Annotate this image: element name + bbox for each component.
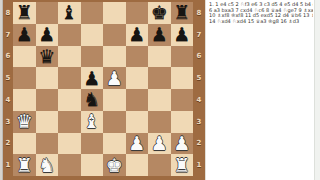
square-f7[interactable]: ♟ xyxy=(126,24,149,46)
square-a3[interactable]: ♛ xyxy=(13,111,36,133)
square-e8[interactable] xyxy=(103,2,126,24)
rank-label-1: 1 xyxy=(3,154,13,176)
rank-label-7: 7 xyxy=(3,24,13,46)
square-f2[interactable]: ♟ xyxy=(126,133,149,155)
square-e2[interactable] xyxy=(103,133,126,155)
square-d6[interactable] xyxy=(81,46,104,68)
black-queen-icon[interactable]: ♛ xyxy=(38,47,55,66)
rank-label-8: 8 xyxy=(3,2,13,24)
black-pawn-icon[interactable]: ♟ xyxy=(173,25,190,44)
square-e3[interactable] xyxy=(103,111,126,133)
square-b6[interactable]: ♛ xyxy=(36,46,59,68)
square-f8[interactable] xyxy=(126,2,149,24)
rank-label-5: 5 xyxy=(193,67,205,89)
white-knight-icon[interactable]: ♞ xyxy=(38,156,55,175)
square-g1[interactable] xyxy=(148,154,171,176)
black-pawn-icon[interactable]: ♟ xyxy=(38,25,55,44)
square-a4[interactable] xyxy=(13,89,36,111)
black-pawn-icon[interactable]: ♟ xyxy=(151,25,168,44)
black-pawn-icon[interactable]: ♟ xyxy=(16,25,33,44)
rank-label-2: 2 xyxy=(3,133,13,155)
square-d3[interactable]: ♝ xyxy=(81,111,104,133)
rank-label-8: 8 xyxy=(193,2,205,24)
square-g4[interactable] xyxy=(148,89,171,111)
square-g7[interactable]: ♟ xyxy=(148,24,171,46)
rank-label-3: 3 xyxy=(193,111,205,133)
square-c4[interactable] xyxy=(58,89,81,111)
rank-label-6: 6 xyxy=(193,46,205,68)
board-squares[interactable]: ♜♝♚♜♟♟♟♟♟♛♟♟♞♛♝♟♟♟♜♞♚♜ xyxy=(13,2,193,176)
square-h2[interactable]: ♟ xyxy=(171,133,194,155)
square-a1[interactable]: ♜ xyxy=(13,154,36,176)
square-g2[interactable]: ♟ xyxy=(148,133,171,155)
square-a5[interactable] xyxy=(13,67,36,89)
square-f6[interactable] xyxy=(126,46,149,68)
rank-label-1: 1 xyxy=(193,154,205,176)
white-rook-icon[interactable]: ♜ xyxy=(16,156,33,175)
white-pawn-icon[interactable]: ♟ xyxy=(151,134,168,153)
rank-labels-right: 87654321 xyxy=(193,2,205,176)
white-king-icon[interactable]: ♚ xyxy=(106,156,123,175)
square-g6[interactable] xyxy=(148,46,171,68)
square-d8[interactable] xyxy=(81,2,104,24)
square-d5[interactable]: ♟ xyxy=(81,67,104,89)
square-b3[interactable] xyxy=(36,111,59,133)
square-f5[interactable] xyxy=(126,67,149,89)
square-e6[interactable] xyxy=(103,46,126,68)
rank-label-2: 2 xyxy=(193,133,205,155)
square-f3[interactable] xyxy=(126,111,149,133)
square-g3[interactable] xyxy=(148,111,171,133)
rank-label-4: 4 xyxy=(193,89,205,111)
square-b5[interactable] xyxy=(36,67,59,89)
rank-label-3: 3 xyxy=(3,111,13,133)
square-d2[interactable] xyxy=(81,133,104,155)
rank-label-4: 4 xyxy=(3,89,13,111)
square-c7[interactable] xyxy=(58,24,81,46)
square-c8[interactable]: ♝ xyxy=(58,2,81,24)
square-h4[interactable] xyxy=(171,89,194,111)
black-pawn-icon[interactable]: ♟ xyxy=(83,69,100,88)
square-c1[interactable] xyxy=(58,154,81,176)
move-line[interactable]: 14 ♘xd4 ♘xd4 15 ♕a3 ♔g8 16 ♗d3 xyxy=(209,19,313,25)
square-f1[interactable] xyxy=(126,154,149,176)
white-rook-icon[interactable]: ♜ xyxy=(173,156,190,175)
square-c5[interactable] xyxy=(58,67,81,89)
white-pawn-icon[interactable]: ♟ xyxy=(173,134,190,153)
square-a6[interactable] xyxy=(13,46,36,68)
rank-label-7: 7 xyxy=(193,24,205,46)
square-c3[interactable] xyxy=(58,111,81,133)
square-f4[interactable] xyxy=(126,89,149,111)
square-e5[interactable]: ♟ xyxy=(103,67,126,89)
square-c2[interactable] xyxy=(58,133,81,155)
scrollbar[interactable] xyxy=(314,0,320,180)
white-bishop-icon[interactable]: ♝ xyxy=(83,112,100,131)
white-pawn-icon[interactable]: ♟ xyxy=(106,69,123,88)
square-a7[interactable]: ♟ xyxy=(13,24,36,46)
square-c6[interactable] xyxy=(58,46,81,68)
square-b1[interactable]: ♞ xyxy=(36,154,59,176)
move-list-panel: 1. 1 e4 c5 2 ♘f3 e6 3 c3 d5 4 e5 d4 5 b4… xyxy=(205,0,320,180)
square-h6[interactable] xyxy=(171,46,194,68)
rank-labels-left: 87654321 xyxy=(3,2,13,176)
square-g8[interactable]: ♚ xyxy=(148,2,171,24)
rank-label-6: 6 xyxy=(3,46,13,68)
square-e7[interactable] xyxy=(103,24,126,46)
square-g5[interactable] xyxy=(148,67,171,89)
square-b7[interactable]: ♟ xyxy=(36,24,59,46)
square-a2[interactable] xyxy=(13,133,36,155)
black-knight-icon[interactable]: ♞ xyxy=(83,90,100,109)
square-h7[interactable]: ♟ xyxy=(171,24,194,46)
move-list[interactable]: 1. 1 e4 c5 2 ♘f3 e6 3 c3 d5 4 e5 d4 5 b4… xyxy=(209,2,313,24)
square-h8[interactable]: ♜ xyxy=(171,2,194,24)
square-d4[interactable]: ♞ xyxy=(81,89,104,111)
square-h1[interactable]: ♜ xyxy=(171,154,194,176)
square-b2[interactable] xyxy=(36,133,59,155)
square-h3[interactable] xyxy=(171,111,194,133)
rank-label-5: 5 xyxy=(3,67,13,89)
square-d7[interactable] xyxy=(81,24,104,46)
black-rook-icon[interactable]: ♜ xyxy=(16,3,33,22)
white-pawn-icon[interactable]: ♟ xyxy=(128,134,145,153)
square-h5[interactable] xyxy=(171,67,194,89)
square-b4[interactable] xyxy=(36,89,59,111)
square-e4[interactable] xyxy=(103,89,126,111)
square-a8[interactable]: ♜ xyxy=(13,2,36,24)
square-b8[interactable] xyxy=(36,2,59,24)
black-pawn-icon[interactable]: ♟ xyxy=(128,25,145,44)
square-d1[interactable] xyxy=(81,154,104,176)
white-queen-icon[interactable]: ♛ xyxy=(16,112,33,131)
black-rook-icon[interactable]: ♜ xyxy=(173,3,190,22)
black-king-icon[interactable]: ♚ xyxy=(151,3,168,22)
black-bishop-icon[interactable]: ♝ xyxy=(61,3,78,22)
square-e1[interactable]: ♚ xyxy=(103,154,126,176)
chess-board: 87654321 ♜♝♚♜♟♟♟♟♟♛♟♟♞♛♝♟♟♟♜♞♚♜ 87654321 xyxy=(3,0,205,180)
